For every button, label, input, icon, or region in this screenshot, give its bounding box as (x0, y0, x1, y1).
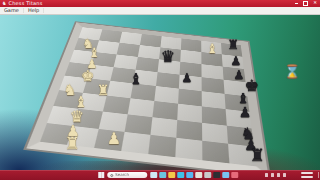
terminal-icon[interactable] (213, 172, 220, 179)
settings-icon[interactable] (204, 172, 211, 179)
close-icon[interactable]: ✕ (313, 1, 317, 6)
chess-app-icon: ♞ (2, 1, 6, 6)
search-icon (110, 174, 113, 177)
piece-black-b-f8[interactable]: ♝ (237, 91, 250, 105)
minimize-icon[interactable] (295, 3, 298, 4)
piece-black-r-h8[interactable]: ♜ (227, 38, 239, 51)
window-titlebar[interactable]: ♞ Chess Titans ✕ (0, 0, 320, 7)
piece-white-b-g6[interactable]: ♝ (206, 42, 218, 55)
menu-help[interactable]: Help (24, 8, 44, 13)
piece-black-b-f3[interactable]: ♝ (129, 72, 142, 87)
taskbar: Search (0, 170, 320, 180)
square[interactable] (148, 135, 176, 157)
photos-icon[interactable] (231, 172, 238, 179)
piece-black-r-a8[interactable]: ♜ (249, 147, 264, 164)
thinking-hourglass-icon: ⌛ (284, 65, 300, 78)
piece-white-p-b3[interactable]: ♟ (107, 131, 121, 147)
maximize-icon[interactable] (303, 1, 308, 6)
start-button[interactable] (98, 172, 104, 178)
store-icon[interactable] (186, 172, 193, 179)
task-view-icon[interactable] (150, 172, 157, 179)
square[interactable] (202, 141, 229, 164)
piece-white-r-d2[interactable]: ♜ (97, 83, 110, 97)
menu-game[interactable]: Game (0, 8, 24, 13)
chess-titans-icon[interactable] (195, 172, 202, 179)
taskbar-clock[interactable] (301, 172, 313, 178)
network-icon[interactable] (271, 173, 275, 177)
game-area: ♞♝♟♚♞♜♝♛♟♜♟♝♜♟♟♚♝♟♞♟♜♛♝♟ ⌛ (0, 15, 320, 170)
file-explorer-icon[interactable] (168, 172, 175, 179)
search-placeholder: Search (115, 173, 129, 177)
window-title: Chess Titans (8, 1, 42, 6)
menu-bar: Game Help (0, 7, 320, 15)
piece-white-r-a1[interactable]: ♜ (64, 135, 79, 152)
mail-icon[interactable] (222, 172, 229, 179)
square[interactable] (175, 138, 202, 160)
piece-black-q-g5[interactable]: ♛ (161, 49, 175, 65)
tray-chevron-icon[interactable] (265, 173, 269, 177)
desktop: ♞ Chess Titans ✕ Game Help ♞♝♟♚♞♜♝♛♟♜♟♝♜… (0, 0, 320, 180)
battery-icon[interactable] (283, 173, 287, 177)
widgets-icon[interactable] (159, 172, 166, 179)
square[interactable] (121, 132, 150, 154)
piece-black-p-h7[interactable]: ♟ (231, 55, 242, 67)
piece-white-k-e1[interactable]: ♚ (81, 69, 94, 84)
show-desktop-button[interactable] (318, 172, 319, 178)
piece-black-p-d7[interactable]: ♟ (239, 105, 252, 119)
piece-black-p-g7[interactable]: ♟ (234, 69, 245, 81)
search-input[interactable]: Search (107, 172, 147, 178)
edge-icon[interactable] (177, 172, 184, 179)
volume-icon[interactable] (277, 173, 281, 177)
piece-black-p-f6[interactable]: ♟ (182, 72, 193, 84)
